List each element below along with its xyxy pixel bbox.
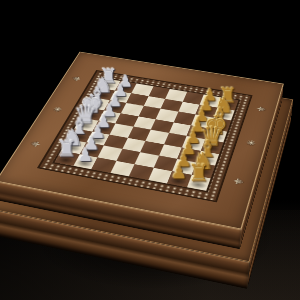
square-a8[interactable]: ♜: [187, 174, 211, 190]
fleur-inlay-icon: ⚜: [229, 173, 249, 191]
piece-bR-a8[interactable]: ♜: [167, 162, 230, 186]
photo-scene: ⚜ ✳ ⚜ ⚜ ✳ ⚜ ♜♟♟♜♞♟♟♞♝♟♟♝♚♟♟♚♛♟♟♛♝♟♟♝♞♟♟♞…: [0, 0, 300, 300]
piece-wP-a2[interactable]: ♟: [54, 146, 115, 164]
square-a4[interactable]: [110, 161, 135, 177]
square-a2[interactable]: ♟: [73, 154, 98, 169]
